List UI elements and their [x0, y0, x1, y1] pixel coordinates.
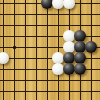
go-board[interactable]	[0, 0, 100, 100]
grid-line-horizontal-3	[0, 25, 100, 26]
black-stone	[74, 63, 86, 75]
grid-line-vertical-3	[25, 0, 26, 100]
grid-line-vertical-4	[36, 0, 37, 100]
star-point	[13, 46, 16, 49]
grid-line-horizontal-2	[0, 14, 100, 15]
grid-line-horizontal-8	[0, 80, 100, 81]
grid-line-vertical-2	[14, 0, 15, 100]
grid-line-vertical-6	[58, 0, 59, 100]
grid-line-horizontal-9	[0, 91, 100, 92]
black-stone	[85, 41, 97, 53]
grid-line-vertical-1	[3, 0, 4, 100]
grid-line-vertical-5	[47, 0, 48, 100]
